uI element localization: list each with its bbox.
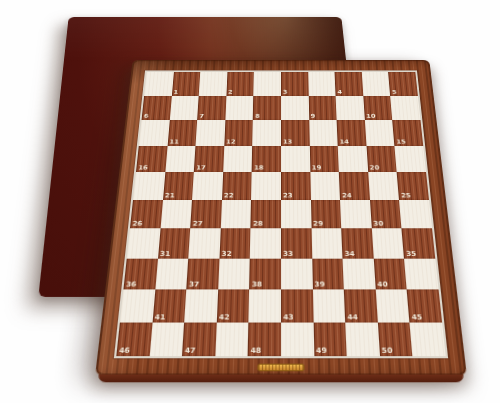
square-number: 6 (144, 114, 149, 119)
square-number: 8 (255, 114, 260, 119)
light-square (390, 96, 420, 121)
light-square (336, 96, 365, 121)
square-15: 15 (393, 120, 424, 145)
square-number: 3 (283, 90, 288, 95)
square-11: 11 (167, 120, 197, 145)
light-square (311, 228, 342, 258)
light-square (253, 120, 281, 145)
draughts-board: 1234567891011121314151617181920212223242… (95, 60, 467, 376)
square-number: 1 (173, 90, 178, 95)
square-8: 8 (253, 96, 281, 121)
square-35: 35 (402, 228, 435, 258)
square-number: 39 (314, 282, 325, 289)
square-5: 5 (388, 72, 417, 96)
light-square (309, 120, 338, 145)
square-18: 18 (252, 146, 281, 172)
square-number: 17 (196, 165, 206, 171)
square-16: 16 (136, 146, 167, 172)
square-number: 22 (224, 193, 234, 199)
square-number: 9 (311, 114, 316, 119)
square-17: 17 (194, 146, 224, 172)
square-number: 14 (340, 139, 350, 145)
square-number: 43 (283, 314, 294, 321)
square-number: 33 (283, 251, 293, 258)
light-square (254, 72, 281, 96)
light-square (188, 228, 220, 258)
square-26: 26 (130, 200, 163, 229)
square-number: 35 (406, 251, 417, 258)
square-number: 26 (132, 221, 143, 227)
square-number: 5 (392, 90, 397, 95)
light-square (120, 289, 155, 322)
light-square (249, 289, 281, 322)
square-number: 25 (401, 193, 411, 199)
light-square (404, 258, 438, 289)
square-number: 36 (126, 282, 137, 289)
square-number: 27 (192, 221, 202, 227)
square-9: 9 (308, 96, 336, 121)
light-square (165, 146, 196, 172)
light-square (372, 228, 405, 258)
square-number: 29 (313, 221, 323, 227)
light-square (281, 146, 310, 172)
square-30: 30 (370, 200, 402, 229)
square-number: 40 (377, 282, 388, 289)
square-13: 13 (281, 120, 309, 145)
light-square (184, 289, 218, 322)
square-6: 6 (142, 96, 172, 121)
square-22: 22 (222, 172, 252, 200)
square-number: 49 (316, 348, 327, 355)
square-12: 12 (224, 120, 253, 145)
light-square (169, 96, 198, 121)
square-28: 28 (251, 200, 281, 229)
square-33: 33 (281, 228, 312, 258)
square-45: 45 (407, 289, 442, 322)
square-number: 48 (250, 348, 261, 355)
square-37: 37 (186, 258, 219, 289)
light-square (345, 322, 379, 356)
square-43: 43 (281, 289, 313, 322)
square-46: 46 (116, 322, 152, 356)
playfield-grid: 1234567891011121314151617181920212223242… (114, 70, 448, 358)
square-27: 27 (190, 200, 221, 229)
light-square (199, 72, 227, 96)
square-number: 41 (154, 314, 165, 321)
light-square (160, 200, 192, 229)
square-25: 25 (397, 172, 429, 200)
light-square (215, 322, 249, 356)
square-number: 7 (199, 114, 204, 119)
light-square (281, 200, 311, 229)
light-square (127, 228, 160, 258)
square-number: 10 (366, 114, 376, 119)
light-square (225, 96, 253, 121)
light-square (133, 172, 165, 200)
light-square (144, 72, 173, 96)
square-44: 44 (344, 289, 378, 322)
square-number: 19 (312, 165, 322, 171)
square-10: 10 (363, 96, 392, 121)
square-31: 31 (158, 228, 191, 258)
square-number: 37 (189, 282, 200, 289)
light-square (251, 172, 281, 200)
light-square (340, 200, 371, 229)
light-square (196, 120, 226, 145)
light-square (281, 322, 314, 356)
square-number: 21 (165, 193, 175, 199)
square-40: 40 (374, 258, 408, 289)
square-48: 48 (248, 322, 281, 356)
light-square (149, 322, 184, 356)
square-number: 23 (283, 193, 293, 199)
square-19: 19 (309, 146, 339, 172)
square-number: 50 (381, 348, 392, 355)
light-square (362, 72, 391, 96)
square-number: 47 (184, 348, 195, 355)
square-41: 41 (152, 289, 186, 322)
light-square (338, 146, 368, 172)
product-photo-scene: 1234567891011121314151617181920212223242… (0, 0, 500, 403)
square-number: 24 (342, 193, 352, 199)
square-36: 36 (123, 258, 157, 289)
square-4: 4 (335, 72, 363, 96)
light-square (281, 96, 309, 121)
square-number: 45 (411, 314, 422, 321)
light-square (155, 258, 189, 289)
square-24: 24 (339, 172, 370, 200)
light-square (399, 200, 432, 229)
square-3: 3 (281, 72, 308, 96)
light-square (221, 200, 252, 229)
square-number: 15 (396, 139, 406, 145)
light-square (365, 120, 395, 145)
square-20: 20 (366, 146, 397, 172)
brand-plaque (257, 364, 304, 372)
square-42: 42 (217, 289, 250, 322)
square-number: 16 (138, 165, 148, 171)
square-number: 4 (337, 90, 342, 95)
square-38: 38 (249, 258, 281, 289)
square-47: 47 (182, 322, 216, 356)
square-32: 32 (219, 228, 250, 258)
square-14: 14 (337, 120, 367, 145)
square-21: 21 (163, 172, 194, 200)
square-number: 38 (252, 282, 262, 289)
light-square (410, 322, 446, 356)
square-50: 50 (378, 322, 413, 356)
light-square (313, 289, 346, 322)
square-number: 34 (344, 251, 354, 258)
square-number: 46 (119, 348, 131, 355)
light-square (139, 120, 170, 145)
light-square (368, 172, 399, 200)
square-number: 28 (253, 221, 263, 227)
square-34: 34 (341, 228, 373, 258)
square-number: 2 (228, 90, 233, 95)
square-1: 1 (172, 72, 201, 96)
square-7: 7 (197, 96, 226, 121)
light-square (343, 258, 376, 289)
square-number: 31 (160, 251, 171, 258)
square-number: 32 (221, 251, 231, 258)
light-square (308, 72, 336, 96)
square-number: 12 (226, 139, 236, 145)
light-square (192, 172, 223, 200)
light-square (223, 146, 253, 172)
light-square (218, 258, 250, 289)
square-number: 18 (254, 165, 264, 171)
square-number: 20 (370, 165, 380, 171)
light-square (376, 289, 410, 322)
square-23: 23 (281, 172, 311, 200)
light-square (310, 172, 340, 200)
light-square (395, 146, 426, 172)
square-39: 39 (312, 258, 344, 289)
square-2: 2 (226, 72, 254, 96)
square-number: 13 (283, 139, 292, 145)
square-29: 29 (311, 200, 342, 229)
square-number: 42 (219, 314, 230, 321)
square-number: 30 (373, 221, 383, 227)
light-square (250, 228, 281, 258)
square-49: 49 (313, 322, 347, 356)
square-number: 44 (347, 314, 358, 321)
square-number: 11 (169, 139, 179, 145)
light-square (281, 258, 313, 289)
